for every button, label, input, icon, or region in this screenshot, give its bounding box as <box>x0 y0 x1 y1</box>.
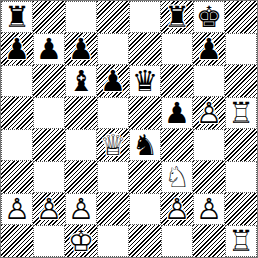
square-g8[interactable]: ♚♚ <box>193 1 225 33</box>
square-h7[interactable] <box>225 33 257 65</box>
piece-black-queen: ♛♛ <box>130 66 160 96</box>
square-h1[interactable]: ♜♖ <box>225 225 257 257</box>
square-d3[interactable] <box>97 161 129 193</box>
square-e7[interactable] <box>129 33 161 65</box>
square-f4[interactable] <box>161 129 193 161</box>
piece-black-king-icon: ♚ <box>194 2 224 32</box>
piece-black-rook-icon: ♜ <box>161 1 193 33</box>
square-c3[interactable] <box>65 161 97 193</box>
piece-black-pawn-icon: ♟ <box>97 65 129 97</box>
piece-white-knight-icon: ♘ <box>162 162 192 192</box>
square-g7[interactable]: ♟♟ <box>193 33 225 65</box>
square-a6[interactable] <box>1 65 33 97</box>
square-b2[interactable]: ♟♙ <box>33 193 65 225</box>
piece-black-pawn: ♟♟ <box>193 33 225 65</box>
square-b7[interactable]: ♟♟ <box>33 33 65 65</box>
piece-white-queen: ♛♕ <box>97 129 129 161</box>
square-e1[interactable] <box>129 225 161 257</box>
square-h8[interactable] <box>225 1 257 33</box>
square-a2[interactable]: ♟♙ <box>1 193 33 225</box>
square-b1[interactable] <box>33 225 65 257</box>
piece-white-pawn-icon: ♙ <box>33 193 65 225</box>
piece-black-rook: ♜♜ <box>161 1 193 33</box>
piece-black-pawn: ♟♟ <box>162 98 192 128</box>
square-c6[interactable]: ♝♝ <box>65 65 97 97</box>
chess-board: ♜♜♜♜♚♚♟♟♟♟♟♟♟♟♝♝♟♟♛♛♟♟♟♙♜♖♛♕♞♞♞♘♟♙♟♙♟♙♟♙… <box>0 0 258 258</box>
square-e5[interactable] <box>129 97 161 129</box>
square-h2[interactable] <box>225 193 257 225</box>
square-c7[interactable]: ♟♟ <box>65 33 97 65</box>
square-g5[interactable]: ♟♙ <box>193 97 225 129</box>
piece-white-pawn-icon: ♙ <box>2 194 32 224</box>
piece-white-king-icon: ♔ <box>65 225 97 257</box>
piece-white-pawn: ♟♙ <box>66 194 96 224</box>
square-d1[interactable] <box>97 225 129 257</box>
piece-black-rook: ♜♜ <box>2 2 32 32</box>
square-b5[interactable] <box>33 97 65 129</box>
square-a7[interactable]: ♟♟ <box>1 33 33 65</box>
piece-white-pawn: ♟♙ <box>161 193 193 225</box>
piece-white-rook: ♜♖ <box>226 98 256 128</box>
square-g6[interactable] <box>193 65 225 97</box>
piece-black-knight-icon: ♞ <box>130 130 160 160</box>
piece-black-pawn: ♟♟ <box>65 33 97 65</box>
square-a8[interactable]: ♜♜ <box>1 1 33 33</box>
piece-black-bishop: ♝♝ <box>66 66 96 96</box>
square-c4[interactable] <box>65 129 97 161</box>
piece-black-rook-icon: ♜ <box>2 2 32 32</box>
piece-black-king: ♚♚ <box>194 2 224 32</box>
piece-black-pawn-icon: ♟ <box>65 33 97 65</box>
square-g3[interactable] <box>193 161 225 193</box>
chess-diagram: ♜♜♜♜♚♚♟♟♟♟♟♟♟♟♝♝♟♟♛♛♟♟♟♙♜♖♛♕♞♞♞♘♟♙♟♙♟♙♟♙… <box>0 0 258 258</box>
square-f2[interactable]: ♟♙ <box>161 193 193 225</box>
piece-black-bishop-icon: ♝ <box>66 66 96 96</box>
square-f1[interactable] <box>161 225 193 257</box>
square-b8[interactable] <box>33 1 65 33</box>
square-d6[interactable]: ♟♟ <box>97 65 129 97</box>
piece-white-knight: ♞♘ <box>162 162 192 192</box>
piece-white-pawn: ♟♙ <box>193 97 225 129</box>
square-e4[interactable]: ♞♞ <box>129 129 161 161</box>
piece-black-pawn-icon: ♟ <box>1 33 33 65</box>
piece-white-queen-icon: ♕ <box>97 129 129 161</box>
square-e3[interactable] <box>129 161 161 193</box>
square-d4[interactable]: ♛♕ <box>97 129 129 161</box>
square-f5[interactable]: ♟♟ <box>161 97 193 129</box>
piece-black-pawn-icon: ♟ <box>34 34 64 64</box>
square-b3[interactable] <box>33 161 65 193</box>
square-g1[interactable] <box>193 225 225 257</box>
square-h3[interactable] <box>225 161 257 193</box>
square-f8[interactable]: ♜♜ <box>161 1 193 33</box>
piece-white-pawn-icon: ♙ <box>194 194 224 224</box>
square-g4[interactable] <box>193 129 225 161</box>
square-b4[interactable] <box>33 129 65 161</box>
square-h5[interactable]: ♜♖ <box>225 97 257 129</box>
square-d8[interactable] <box>97 1 129 33</box>
piece-black-pawn: ♟♟ <box>34 34 64 64</box>
piece-black-pawn: ♟♟ <box>1 33 33 65</box>
square-a1[interactable] <box>1 225 33 257</box>
square-c2[interactable]: ♟♙ <box>65 193 97 225</box>
square-e6[interactable]: ♛♛ <box>129 65 161 97</box>
piece-white-pawn-icon: ♙ <box>161 193 193 225</box>
piece-black-pawn-icon: ♟ <box>162 98 192 128</box>
piece-white-pawn-icon: ♙ <box>66 194 96 224</box>
square-f3[interactable]: ♞♘ <box>161 161 193 193</box>
square-a4[interactable] <box>1 129 33 161</box>
piece-white-rook-icon: ♖ <box>226 98 256 128</box>
square-b6[interactable] <box>33 65 65 97</box>
square-g2[interactable]: ♟♙ <box>193 193 225 225</box>
square-h6[interactable] <box>225 65 257 97</box>
piece-white-pawn: ♟♙ <box>194 194 224 224</box>
square-f7[interactable] <box>161 33 193 65</box>
square-e8[interactable] <box>129 1 161 33</box>
square-h4[interactable] <box>225 129 257 161</box>
square-c1[interactable]: ♚♔ <box>65 225 97 257</box>
square-c8[interactable] <box>65 1 97 33</box>
piece-black-pawn-icon: ♟ <box>193 33 225 65</box>
square-a3[interactable] <box>1 161 33 193</box>
piece-black-pawn: ♟♟ <box>97 65 129 97</box>
piece-white-rook: ♜♖ <box>226 226 256 256</box>
square-d2[interactable] <box>97 193 129 225</box>
square-f6[interactable] <box>161 65 193 97</box>
piece-white-pawn-icon: ♙ <box>193 97 225 129</box>
piece-black-knight: ♞♞ <box>130 130 160 160</box>
square-d7[interactable] <box>97 33 129 65</box>
square-d5[interactable] <box>97 97 129 129</box>
piece-white-pawn: ♟♙ <box>33 193 65 225</box>
piece-white-rook-icon: ♖ <box>226 226 256 256</box>
square-a5[interactable] <box>1 97 33 129</box>
square-c5[interactable] <box>65 97 97 129</box>
piece-white-king: ♚♔ <box>65 225 97 257</box>
piece-white-pawn: ♟♙ <box>2 194 32 224</box>
piece-black-queen-icon: ♛ <box>130 66 160 96</box>
square-e2[interactable] <box>129 193 161 225</box>
